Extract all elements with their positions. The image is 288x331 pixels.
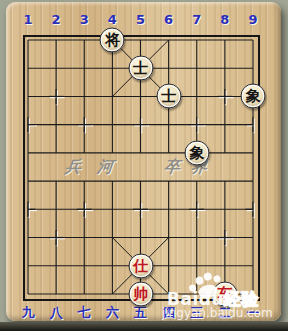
file-label-bottom-9: 一: [247, 304, 260, 322]
file-label-bottom-7: 三: [190, 304, 203, 322]
piece-black-elephant[interactable]: 象: [184, 140, 209, 165]
file-label-bottom-2: 八: [50, 304, 63, 322]
piece-red-advisor[interactable]: 仕: [128, 253, 153, 278]
file-label-top-7: 7: [192, 12, 201, 27]
board-bottom-edge: [0, 322, 288, 331]
piece-black-general[interactable]: 将: [100, 28, 125, 53]
file-label-bottom-4: 六: [106, 304, 119, 322]
file-label-top-4: 4: [108, 12, 117, 27]
piece-red-general[interactable]: 帅: [128, 281, 153, 306]
file-label-top-8: 8: [220, 12, 229, 27]
piece-red-chariot[interactable]: 车: [212, 281, 237, 306]
file-label-top-1: 1: [23, 12, 32, 27]
file-label-top-5: 5: [136, 12, 145, 27]
piece-black-advisor[interactable]: 士: [156, 84, 181, 109]
file-label-top-2: 2: [52, 12, 61, 27]
file-label-top-6: 6: [164, 12, 173, 27]
file-label-bottom-6: 四: [162, 304, 175, 322]
file-label-bottom-3: 七: [78, 304, 91, 322]
file-label-bottom-1: 九: [22, 304, 35, 322]
xiangqi-app-screenshot: 兵河 卒界 123456789九八七六五四三二一 将士士象象仕帅车 Baidu经…: [0, 0, 288, 331]
piece-black-elephant[interactable]: 象: [241, 84, 266, 109]
file-label-bottom-5: 五: [134, 304, 147, 322]
file-label-top-9: 9: [248, 12, 257, 27]
file-label-bottom-8: 二: [218, 304, 231, 322]
piece-black-advisor[interactable]: 士: [128, 56, 153, 81]
file-label-top-3: 3: [80, 12, 89, 27]
